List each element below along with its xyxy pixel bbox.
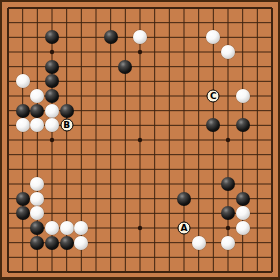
black-stone [236, 118, 250, 132]
black-stone [45, 30, 59, 44]
black-stone [206, 118, 220, 132]
white-stone [45, 104, 59, 118]
white-stone [45, 118, 59, 132]
black-stone [236, 192, 250, 206]
black-stone [60, 104, 74, 118]
white-stone [133, 30, 147, 44]
white-stone [30, 192, 44, 206]
white-stone [221, 236, 235, 250]
star-point [50, 138, 54, 142]
star-point [226, 226, 230, 230]
black-stone [118, 60, 132, 74]
white-stone [236, 221, 250, 235]
white-stone [221, 45, 235, 59]
star-point [50, 50, 54, 54]
label-point-a[interactable]: A [178, 222, 191, 235]
white-stone [30, 118, 44, 132]
white-stone [60, 221, 74, 235]
black-stone [16, 206, 30, 220]
black-stone [16, 192, 30, 206]
black-stone [60, 236, 74, 250]
go-board[interactable]: CBA [0, 0, 280, 280]
black-stone [104, 30, 118, 44]
black-stone [45, 89, 59, 103]
white-stone [74, 221, 88, 235]
star-point [138, 226, 142, 230]
white-stone [45, 221, 59, 235]
white-stone [192, 236, 206, 250]
white-stone [30, 206, 44, 220]
white-stone [236, 89, 250, 103]
black-stone [221, 206, 235, 220]
white-stone [16, 118, 30, 132]
black-stone [177, 192, 191, 206]
label-point-b[interactable]: B [60, 119, 73, 132]
star-point [138, 50, 142, 54]
black-stone [45, 236, 59, 250]
white-stone [16, 74, 30, 88]
black-stone [45, 60, 59, 74]
black-stone [45, 74, 59, 88]
black-stone [16, 104, 30, 118]
black-stone [30, 221, 44, 235]
star-point [138, 138, 142, 142]
label-point-c[interactable]: C [207, 90, 220, 103]
white-stone [30, 89, 44, 103]
star-point [226, 138, 230, 142]
black-stone [30, 236, 44, 250]
black-stone [221, 177, 235, 191]
white-stone [74, 236, 88, 250]
white-stone [206, 30, 220, 44]
white-stone [30, 177, 44, 191]
white-stone [236, 206, 250, 220]
black-stone [30, 104, 44, 118]
